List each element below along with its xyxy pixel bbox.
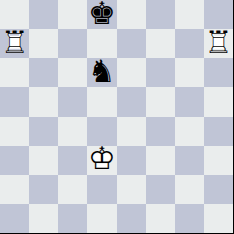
square-h6[interactable] [204, 58, 233, 87]
square-d3[interactable]: ♚♔ [87, 146, 116, 175]
square-c3[interactable] [58, 146, 87, 175]
square-b4[interactable] [29, 117, 58, 146]
square-a8[interactable] [0, 0, 29, 29]
white-rook-glyph: ♜ [1, 27, 29, 58]
white-rook-outline-glyph: ♖ [205, 27, 233, 58]
square-h7[interactable]: ♜♖ [204, 29, 233, 58]
square-f7[interactable] [146, 29, 175, 58]
white-rook-glyph: ♜ [205, 27, 233, 58]
square-e8[interactable] [117, 0, 146, 29]
square-c8[interactable] [58, 0, 87, 29]
square-d4[interactable] [87, 117, 116, 146]
white-rook-outline-glyph: ♖ [1, 27, 29, 58]
square-c1[interactable] [58, 204, 87, 233]
square-b3[interactable] [29, 146, 58, 175]
square-h5[interactable] [204, 87, 233, 116]
square-e6[interactable] [117, 58, 146, 87]
piece-black-knight-d6[interactable]: ♞ [87, 58, 116, 87]
square-g8[interactable] [175, 0, 204, 29]
black-knight-glyph: ♞ [88, 56, 116, 87]
square-f8[interactable] [146, 0, 175, 29]
square-a7[interactable]: ♜♖ [0, 29, 29, 58]
piece-black-king-d8[interactable]: ♚ [87, 0, 116, 29]
square-b5[interactable] [29, 87, 58, 116]
square-e3[interactable] [117, 146, 146, 175]
square-e2[interactable] [117, 175, 146, 204]
square-e7[interactable] [117, 29, 146, 58]
square-h2[interactable] [204, 175, 233, 204]
square-f5[interactable] [146, 87, 175, 116]
square-a1[interactable] [0, 204, 29, 233]
square-g1[interactable] [175, 204, 204, 233]
square-e1[interactable] [117, 204, 146, 233]
square-e5[interactable] [117, 87, 146, 116]
square-d2[interactable] [87, 175, 116, 204]
square-c4[interactable] [58, 117, 87, 146]
black-king-glyph: ♚ [88, 0, 116, 29]
square-f3[interactable] [146, 146, 175, 175]
square-f6[interactable] [146, 58, 175, 87]
chess-board-frame: ♚♜♖♜♖♞♚♔ [0, 0, 234, 234]
piece-white-rook-a7[interactable]: ♜♖ [0, 29, 29, 58]
square-h8[interactable] [204, 0, 233, 29]
square-a2[interactable] [0, 175, 29, 204]
piece-white-rook-h7[interactable]: ♜♖ [204, 29, 233, 58]
square-a5[interactable] [0, 87, 29, 116]
square-e4[interactable] [117, 117, 146, 146]
square-f2[interactable] [146, 175, 175, 204]
square-d1[interactable] [87, 204, 116, 233]
chess-board: ♚♜♖♜♖♞♚♔ [0, 0, 233, 233]
square-d6[interactable]: ♞ [87, 58, 116, 87]
square-h3[interactable] [204, 146, 233, 175]
square-a6[interactable] [0, 58, 29, 87]
square-f1[interactable] [146, 204, 175, 233]
square-h4[interactable] [204, 117, 233, 146]
piece-white-king-d3[interactable]: ♚♔ [87, 146, 116, 175]
square-g6[interactable] [175, 58, 204, 87]
square-d7[interactable] [87, 29, 116, 58]
white-king-glyph: ♚ [88, 143, 116, 174]
square-g2[interactable] [175, 175, 204, 204]
square-c6[interactable] [58, 58, 87, 87]
square-g3[interactable] [175, 146, 204, 175]
square-b6[interactable] [29, 58, 58, 87]
square-d8[interactable]: ♚ [87, 0, 116, 29]
square-g5[interactable] [175, 87, 204, 116]
square-g4[interactable] [175, 117, 204, 146]
square-b8[interactable] [29, 0, 58, 29]
square-c5[interactable] [58, 87, 87, 116]
square-a4[interactable] [0, 117, 29, 146]
square-b1[interactable] [29, 204, 58, 233]
square-a3[interactable] [0, 146, 29, 175]
square-b7[interactable] [29, 29, 58, 58]
square-b2[interactable] [29, 175, 58, 204]
square-c2[interactable] [58, 175, 87, 204]
square-d5[interactable] [87, 87, 116, 116]
square-g7[interactable] [175, 29, 204, 58]
square-c7[interactable] [58, 29, 87, 58]
white-king-outline-glyph: ♔ [88, 143, 116, 174]
square-f4[interactable] [146, 117, 175, 146]
square-h1[interactable] [204, 204, 233, 233]
